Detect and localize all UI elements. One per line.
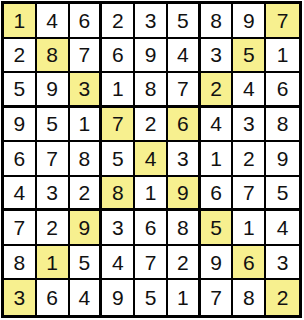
cell-r1c1[interactable]: 1 [4,4,37,39]
cell-r5c5[interactable]: 4 [135,142,168,177]
cell-r1c6[interactable]: 5 [168,4,201,39]
cell-r1c3[interactable]: 6 [70,4,103,39]
cell-r2c4[interactable]: 6 [102,39,135,74]
cell-r3c8[interactable]: 4 [233,73,266,108]
cell-r9c1[interactable]: 3 [4,280,37,315]
cell-r9c6[interactable]: 1 [168,280,201,315]
cell-r5c3[interactable]: 8 [70,142,103,177]
cell-r8c2[interactable]: 1 [37,246,70,281]
cell-r4c3[interactable]: 1 [70,108,103,143]
cell-r3c1[interactable]: 5 [4,73,37,108]
cell-r4c2[interactable]: 5 [37,108,70,143]
cell-r6c3[interactable]: 2 [70,177,103,212]
cell-r3c7[interactable]: 2 [201,73,234,108]
cell-r1c4[interactable]: 2 [102,4,135,39]
cell-r6c8[interactable]: 7 [233,177,266,212]
cell-r5c9[interactable]: 9 [266,142,299,177]
cell-r4c7[interactable]: 4 [201,108,234,143]
cell-r8c7[interactable]: 9 [201,246,234,281]
cell-r6c5[interactable]: 1 [135,177,168,212]
cell-r3c4[interactable]: 1 [102,73,135,108]
cell-r8c1[interactable]: 8 [4,246,37,281]
cell-r6c6[interactable]: 9 [168,177,201,212]
cell-r5c7[interactable]: 1 [201,142,234,177]
cell-r5c8[interactable]: 2 [233,142,266,177]
cell-r2c1[interactable]: 2 [4,39,37,74]
cell-r9c4[interactable]: 9 [102,280,135,315]
cell-r9c9[interactable]: 2 [266,280,299,315]
sudoku-board: 1462358972876943515931872469517264386785… [1,1,302,318]
cell-r9c8[interactable]: 8 [233,280,266,315]
cell-r4c1[interactable]: 9 [4,108,37,143]
cell-r7c1[interactable]: 7 [4,211,37,246]
cell-r8c3[interactable]: 5 [70,246,103,281]
cell-r4c4[interactable]: 7 [102,108,135,143]
cell-r9c7[interactable]: 7 [201,280,234,315]
cell-r7c2[interactable]: 2 [37,211,70,246]
cell-r8c6[interactable]: 2 [168,246,201,281]
cell-r7c3[interactable]: 9 [70,211,103,246]
cell-r3c6[interactable]: 7 [168,73,201,108]
cell-r4c9[interactable]: 8 [266,108,299,143]
cell-r9c5[interactable]: 5 [135,280,168,315]
cell-r6c9[interactable]: 5 [266,177,299,212]
cell-r2c5[interactable]: 9 [135,39,168,74]
cell-r1c9[interactable]: 7 [266,4,299,39]
cell-r8c4[interactable]: 4 [102,246,135,281]
cell-r2c6[interactable]: 4 [168,39,201,74]
cell-r7c4[interactable]: 3 [102,211,135,246]
cell-r2c9[interactable]: 1 [266,39,299,74]
cell-r1c2[interactable]: 4 [37,4,70,39]
cell-r4c8[interactable]: 3 [233,108,266,143]
cell-r1c8[interactable]: 9 [233,4,266,39]
cell-r1c5[interactable]: 3 [135,4,168,39]
cell-r6c7[interactable]: 6 [201,177,234,212]
cell-r5c4[interactable]: 5 [102,142,135,177]
cell-r7c9[interactable]: 4 [266,211,299,246]
cell-r3c3[interactable]: 3 [70,73,103,108]
cell-r9c2[interactable]: 6 [37,280,70,315]
cell-r6c4[interactable]: 8 [102,177,135,212]
cell-r6c2[interactable]: 3 [37,177,70,212]
cell-r4c5[interactable]: 2 [135,108,168,143]
cell-r5c1[interactable]: 6 [4,142,37,177]
cell-r3c9[interactable]: 6 [266,73,299,108]
cell-r3c5[interactable]: 8 [135,73,168,108]
cell-r7c7[interactable]: 5 [201,211,234,246]
cell-r9c3[interactable]: 4 [70,280,103,315]
cell-r7c6[interactable]: 8 [168,211,201,246]
cell-r7c5[interactable]: 6 [135,211,168,246]
cell-r8c9[interactable]: 3 [266,246,299,281]
cell-r6c1[interactable]: 4 [4,177,37,212]
cell-r8c5[interactable]: 7 [135,246,168,281]
cell-r2c2[interactable]: 8 [37,39,70,74]
cell-r7c8[interactable]: 1 [233,211,266,246]
cell-r3c2[interactable]: 9 [37,73,70,108]
cell-r8c8[interactable]: 6 [233,246,266,281]
cell-r5c6[interactable]: 3 [168,142,201,177]
cell-r5c2[interactable]: 7 [37,142,70,177]
cell-r4c6[interactable]: 6 [168,108,201,143]
cell-r2c3[interactable]: 7 [70,39,103,74]
cell-r1c7[interactable]: 8 [201,4,234,39]
cell-r2c7[interactable]: 3 [201,39,234,74]
cell-r2c8[interactable]: 5 [233,39,266,74]
